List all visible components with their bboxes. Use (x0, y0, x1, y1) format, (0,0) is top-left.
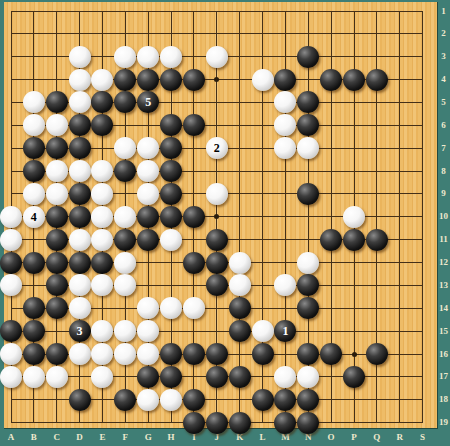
stone-D14[interactable] (69, 297, 91, 319)
stone-F4[interactable] (114, 69, 136, 91)
column-label: P (346, 433, 362, 442)
star-point (352, 352, 357, 357)
stone-K13[interactable] (229, 274, 251, 296)
stone-J12[interactable] (206, 252, 228, 274)
stone-H11[interactable] (160, 229, 182, 251)
stone-D13[interactable] (69, 274, 91, 296)
stone-P17[interactable] (343, 366, 365, 388)
row-label: 17 (438, 372, 450, 381)
stone-Q4[interactable] (366, 69, 388, 91)
row-label: 16 (438, 350, 450, 359)
row-label: 19 (438, 418, 450, 427)
column-label: I (186, 433, 202, 442)
stone-N18[interactable] (297, 389, 319, 411)
column-label: K (232, 433, 248, 442)
stone-J19[interactable] (206, 412, 228, 434)
row-label: 6 (438, 121, 450, 130)
stone-N19[interactable] (297, 412, 319, 434)
row-label: 18 (438, 395, 450, 404)
row-label: 7 (438, 144, 450, 153)
stone-K19[interactable] (229, 412, 251, 434)
row-label: 3 (438, 52, 450, 61)
stone-B16[interactable] (23, 343, 45, 365)
stone-K17[interactable] (229, 366, 251, 388)
stone-C9[interactable] (46, 183, 68, 205)
stone-E11[interactable] (91, 229, 113, 251)
stone-P11[interactable] (343, 229, 365, 251)
column-label: R (392, 433, 408, 442)
stone-N17[interactable] (297, 366, 319, 388)
stone-D6[interactable] (69, 114, 91, 136)
column-label: Q (369, 433, 385, 442)
stone-F10[interactable] (114, 206, 136, 228)
grid-line-vertical (399, 11, 400, 424)
stone-D10[interactable] (69, 206, 91, 228)
row-label: 12 (438, 258, 450, 267)
row-label: 2 (438, 29, 450, 38)
stone-C8[interactable] (46, 160, 68, 182)
stone-L4[interactable] (252, 69, 274, 91)
row-label: 10 (438, 212, 450, 221)
stone-N12[interactable] (297, 252, 319, 274)
stone-G10[interactable] (137, 206, 159, 228)
stone-O11[interactable] (320, 229, 342, 251)
stone-H9[interactable] (160, 183, 182, 205)
stone-J17[interactable] (206, 366, 228, 388)
stone-A15[interactable] (0, 320, 22, 342)
stone-A10[interactable] (0, 206, 22, 228)
stone-J16[interactable] (206, 343, 228, 365)
stone-D15[interactable] (69, 320, 91, 342)
stone-I18[interactable] (183, 389, 205, 411)
stone-J9[interactable] (206, 183, 228, 205)
stone-H4[interactable] (160, 69, 182, 91)
stone-C12[interactable] (46, 252, 68, 274)
stone-H10[interactable] (160, 206, 182, 228)
stone-F12[interactable] (114, 252, 136, 274)
row-label: 9 (438, 189, 450, 198)
stone-D18[interactable] (69, 389, 91, 411)
stone-G17[interactable] (137, 366, 159, 388)
column-label: J (209, 433, 225, 442)
stone-C14[interactable] (46, 297, 68, 319)
stone-D12[interactable] (69, 252, 91, 274)
row-label: 4 (438, 75, 450, 84)
grid-line-vertical (239, 11, 240, 424)
stone-C6[interactable] (46, 114, 68, 136)
stone-H16[interactable] (160, 343, 182, 365)
stone-H17[interactable] (160, 366, 182, 388)
stone-C11[interactable] (46, 229, 68, 251)
row-label: 14 (438, 304, 450, 313)
column-label: H (163, 433, 179, 442)
stone-M18[interactable] (274, 389, 296, 411)
column-label: E (94, 433, 110, 442)
stone-D9[interactable] (69, 183, 91, 205)
stone-B8[interactable] (23, 160, 45, 182)
column-label: F (117, 433, 133, 442)
row-label: 15 (438, 327, 450, 336)
stone-D4[interactable] (69, 69, 91, 91)
stone-G3[interactable] (137, 46, 159, 68)
stone-D3[interactable] (69, 46, 91, 68)
row-label: 1 (438, 7, 450, 16)
stone-I4[interactable] (183, 69, 205, 91)
grid-line-vertical (422, 11, 423, 424)
stone-A12[interactable] (0, 252, 22, 274)
stone-F3[interactable] (114, 46, 136, 68)
stone-N3[interactable] (297, 46, 319, 68)
stone-P4[interactable] (343, 69, 365, 91)
stone-I12[interactable] (183, 252, 205, 274)
stone-Q16[interactable] (366, 343, 388, 365)
column-label: N (300, 433, 316, 442)
stone-B10[interactable] (23, 206, 45, 228)
column-label: A (3, 433, 19, 442)
column-label: D (72, 433, 88, 442)
stone-G4[interactable] (137, 69, 159, 91)
stone-O4[interactable] (320, 69, 342, 91)
stone-D8[interactable] (69, 160, 91, 182)
stone-C13[interactable] (46, 274, 68, 296)
stone-C7[interactable] (46, 137, 68, 159)
column-label: B (26, 433, 42, 442)
stone-C17[interactable] (46, 366, 68, 388)
stone-O16[interactable] (320, 343, 342, 365)
column-label: S (415, 433, 431, 442)
stone-D7[interactable] (69, 137, 91, 159)
stone-I10[interactable] (183, 206, 205, 228)
stone-M4[interactable] (274, 69, 296, 91)
row-label: 5 (438, 98, 450, 107)
stone-F11[interactable] (114, 229, 136, 251)
row-label: 13 (438, 281, 450, 290)
stone-C10[interactable] (46, 206, 68, 228)
stone-H3[interactable] (160, 46, 182, 68)
stone-L15[interactable] (252, 320, 274, 342)
row-label: 8 (438, 167, 450, 176)
column-label: G (140, 433, 156, 442)
stone-J11[interactable] (206, 229, 228, 251)
stone-L18[interactable] (252, 389, 274, 411)
stone-A16[interactable] (0, 343, 22, 365)
stone-B17[interactable] (23, 366, 45, 388)
stone-H8[interactable] (160, 160, 182, 182)
stone-A17[interactable] (0, 366, 22, 388)
stone-G18[interactable] (137, 389, 159, 411)
stone-B12[interactable] (23, 252, 45, 274)
stone-D16[interactable] (69, 343, 91, 365)
stone-I16[interactable] (183, 343, 205, 365)
stone-Q11[interactable] (366, 229, 388, 251)
stone-J7[interactable] (206, 137, 228, 159)
stone-E4[interactable] (91, 69, 113, 91)
stone-I19[interactable] (183, 412, 205, 434)
stone-H18[interactable] (160, 389, 182, 411)
row-label: 11 (438, 235, 450, 244)
stone-C16[interactable] (46, 343, 68, 365)
go-board-window: ABCDEFGHIJKLMNOPQRS123456789101112131415… (0, 0, 450, 446)
stone-J3[interactable] (206, 46, 228, 68)
stone-D5[interactable] (69, 91, 91, 113)
stone-B15[interactable] (23, 320, 45, 342)
stone-G9[interactable] (137, 183, 159, 205)
stone-B14[interactable] (23, 297, 45, 319)
stone-K12[interactable] (229, 252, 251, 274)
stone-P10[interactable] (343, 206, 365, 228)
stone-G11[interactable] (137, 229, 159, 251)
column-label: C (49, 433, 65, 442)
stone-B9[interactable] (23, 183, 45, 205)
stone-K14[interactable] (229, 297, 251, 319)
column-label: O (323, 433, 339, 442)
column-label: L (255, 433, 271, 442)
stone-B7[interactable] (23, 137, 45, 159)
stone-F18[interactable] (114, 389, 136, 411)
stone-M19[interactable] (274, 412, 296, 434)
column-label: M (277, 433, 293, 442)
stone-L16[interactable] (252, 343, 274, 365)
stone-D11[interactable] (69, 229, 91, 251)
stone-K15[interactable] (229, 320, 251, 342)
stone-A11[interactable] (0, 229, 22, 251)
stone-E12[interactable] (91, 252, 113, 274)
